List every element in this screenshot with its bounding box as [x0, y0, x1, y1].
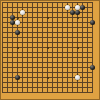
- black-stone[interactable]: [75, 10, 80, 15]
- black-stone[interactable]: [90, 20, 95, 25]
- star-point: [77, 17, 79, 19]
- grid-line-horizontal: [2, 87, 93, 88]
- grid-line-vertical: [72, 2, 73, 93]
- grid-line-vertical: [62, 2, 63, 93]
- grid-line-vertical: [82, 2, 83, 93]
- grid-line-horizontal: [2, 62, 93, 63]
- grid-line-vertical: [67, 2, 68, 93]
- black-stone[interactable]: [80, 5, 85, 10]
- black-stone[interactable]: [90, 65, 95, 70]
- grid-line-horizontal: [2, 67, 93, 68]
- star-point: [17, 47, 19, 49]
- grid-line-horizontal: [2, 52, 93, 53]
- star-point: [47, 17, 49, 19]
- star-point: [47, 77, 49, 79]
- grid-line-vertical: [87, 2, 88, 93]
- white-stone[interactable]: [65, 5, 70, 10]
- black-stone[interactable]: [15, 75, 20, 80]
- grid-line-horizontal: [2, 82, 93, 83]
- white-stone[interactable]: [20, 10, 25, 15]
- grid-line-horizontal: [2, 72, 93, 73]
- black-stone[interactable]: [15, 30, 20, 35]
- white-stone[interactable]: [75, 75, 80, 80]
- go-board[interactable]: [0, 0, 100, 100]
- grid-line-vertical: [57, 2, 58, 93]
- star-point: [47, 47, 49, 49]
- star-point: [77, 47, 79, 49]
- white-stone[interactable]: [15, 20, 20, 25]
- grid-line-vertical: [92, 2, 93, 93]
- grid-line-horizontal: [2, 92, 93, 93]
- grid-line-horizontal: [2, 57, 93, 58]
- star-point: [17, 17, 19, 19]
- grid-line-vertical: [52, 2, 53, 93]
